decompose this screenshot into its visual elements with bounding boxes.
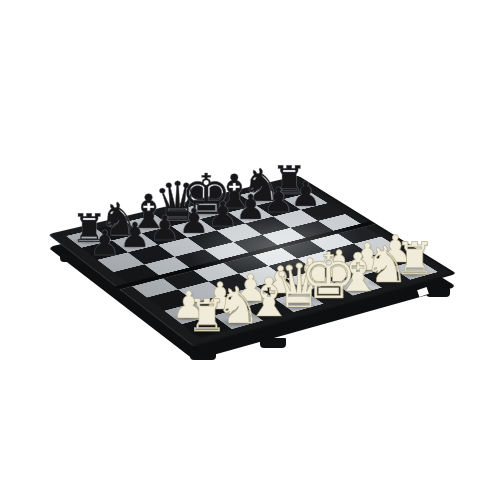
- piece-black-pawn-b7: ♟: [120, 218, 151, 252]
- piece-black-pawn-f7: ♟: [235, 189, 266, 223]
- piece-black-pawn-g7: ♟: [263, 183, 294, 217]
- piece-white-rook-h1: ♜: [394, 238, 434, 283]
- chess-set-product-photo: ♜♞♝♛♚♝♞♜♟♟♟♟♟♟♟♟♟♟♟♟♟♟♟♟♜♞♝♛♚♝♞♜: [0, 0, 500, 500]
- piece-black-pawn-e7: ♟: [207, 196, 238, 230]
- piece-black-pawn-h7: ♟: [290, 176, 321, 210]
- piece-black-pawn-a7: ♟: [89, 225, 120, 259]
- piece-black-pawn-d7: ♟: [178, 203, 209, 237]
- piece-black-pawn-c7: ♟: [149, 210, 180, 244]
